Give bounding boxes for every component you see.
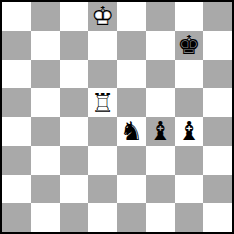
square-d5[interactable]: ♜♖ <box>88 88 117 117</box>
square-b7[interactable] <box>31 31 60 60</box>
black-bishop-icon[interactable]: ♝ <box>148 118 171 144</box>
black-bishop-glyph: ♝ <box>177 118 200 144</box>
square-b1[interactable] <box>31 203 60 232</box>
square-e1[interactable] <box>117 203 146 232</box>
square-f8[interactable] <box>146 2 175 31</box>
black-king-glyph: ♚ <box>177 32 200 58</box>
square-a5[interactable] <box>2 88 31 117</box>
square-h4[interactable] <box>203 117 232 146</box>
square-d7[interactable] <box>88 31 117 60</box>
square-a3[interactable] <box>2 146 31 175</box>
square-c1[interactable] <box>60 203 89 232</box>
square-c7[interactable] <box>60 31 89 60</box>
square-b4[interactable] <box>31 117 60 146</box>
square-c5[interactable] <box>60 88 89 117</box>
square-a2[interactable] <box>2 175 31 204</box>
square-d8[interactable]: ♚♔ <box>88 2 117 31</box>
square-a1[interactable] <box>2 203 31 232</box>
square-g1[interactable] <box>175 203 204 232</box>
square-d1[interactable] <box>88 203 117 232</box>
square-g4[interactable]: ♝ <box>175 117 204 146</box>
square-e5[interactable] <box>117 88 146 117</box>
square-g5[interactable] <box>175 88 204 117</box>
square-e3[interactable] <box>117 146 146 175</box>
square-b6[interactable] <box>31 60 60 89</box>
square-c3[interactable] <box>60 146 89 175</box>
square-g6[interactable] <box>175 60 204 89</box>
square-f4[interactable]: ♝ <box>146 117 175 146</box>
square-c6[interactable] <box>60 60 89 89</box>
square-b2[interactable] <box>31 175 60 204</box>
square-b5[interactable] <box>31 88 60 117</box>
black-king-icon[interactable]: ♚ <box>177 32 200 58</box>
square-d2[interactable] <box>88 175 117 204</box>
square-b8[interactable] <box>31 2 60 31</box>
black-bishop-glyph: ♝ <box>148 118 171 144</box>
square-g8[interactable] <box>175 2 204 31</box>
square-a4[interactable] <box>2 117 31 146</box>
square-h3[interactable] <box>203 146 232 175</box>
white-rook-icon[interactable]: ♜♖ <box>91 90 114 116</box>
square-h1[interactable] <box>203 203 232 232</box>
square-c8[interactable] <box>60 2 89 31</box>
square-f3[interactable] <box>146 146 175 175</box>
square-a8[interactable] <box>2 2 31 31</box>
black-knight-glyph: ♞ <box>120 118 143 144</box>
chess-board: ♚♔♚♜♖♞♝♝ <box>0 0 234 234</box>
square-f1[interactable] <box>146 203 175 232</box>
square-g7[interactable]: ♚ <box>175 31 204 60</box>
black-knight-icon[interactable]: ♞ <box>120 118 143 144</box>
square-e8[interactable] <box>117 2 146 31</box>
square-a7[interactable] <box>2 31 31 60</box>
square-f6[interactable] <box>146 60 175 89</box>
white-king-icon[interactable]: ♚♔ <box>91 3 114 29</box>
square-d3[interactable] <box>88 146 117 175</box>
square-e4[interactable]: ♞ <box>117 117 146 146</box>
square-h7[interactable] <box>203 31 232 60</box>
square-d6[interactable] <box>88 60 117 89</box>
square-b3[interactable] <box>31 146 60 175</box>
square-f2[interactable] <box>146 175 175 204</box>
square-f7[interactable] <box>146 31 175 60</box>
square-h6[interactable] <box>203 60 232 89</box>
square-g3[interactable] <box>175 146 204 175</box>
square-h2[interactable] <box>203 175 232 204</box>
square-f5[interactable] <box>146 88 175 117</box>
square-e6[interactable] <box>117 60 146 89</box>
square-a6[interactable] <box>2 60 31 89</box>
black-bishop-icon[interactable]: ♝ <box>177 118 200 144</box>
square-c2[interactable] <box>60 175 89 204</box>
white-rook-glyph: ♖ <box>91 90 114 116</box>
square-e2[interactable] <box>117 175 146 204</box>
white-king-glyph: ♔ <box>91 3 114 29</box>
square-e7[interactable] <box>117 31 146 60</box>
square-h8[interactable] <box>203 2 232 31</box>
square-h5[interactable] <box>203 88 232 117</box>
square-c4[interactable] <box>60 117 89 146</box>
square-g2[interactable] <box>175 175 204 204</box>
square-d4[interactable] <box>88 117 117 146</box>
